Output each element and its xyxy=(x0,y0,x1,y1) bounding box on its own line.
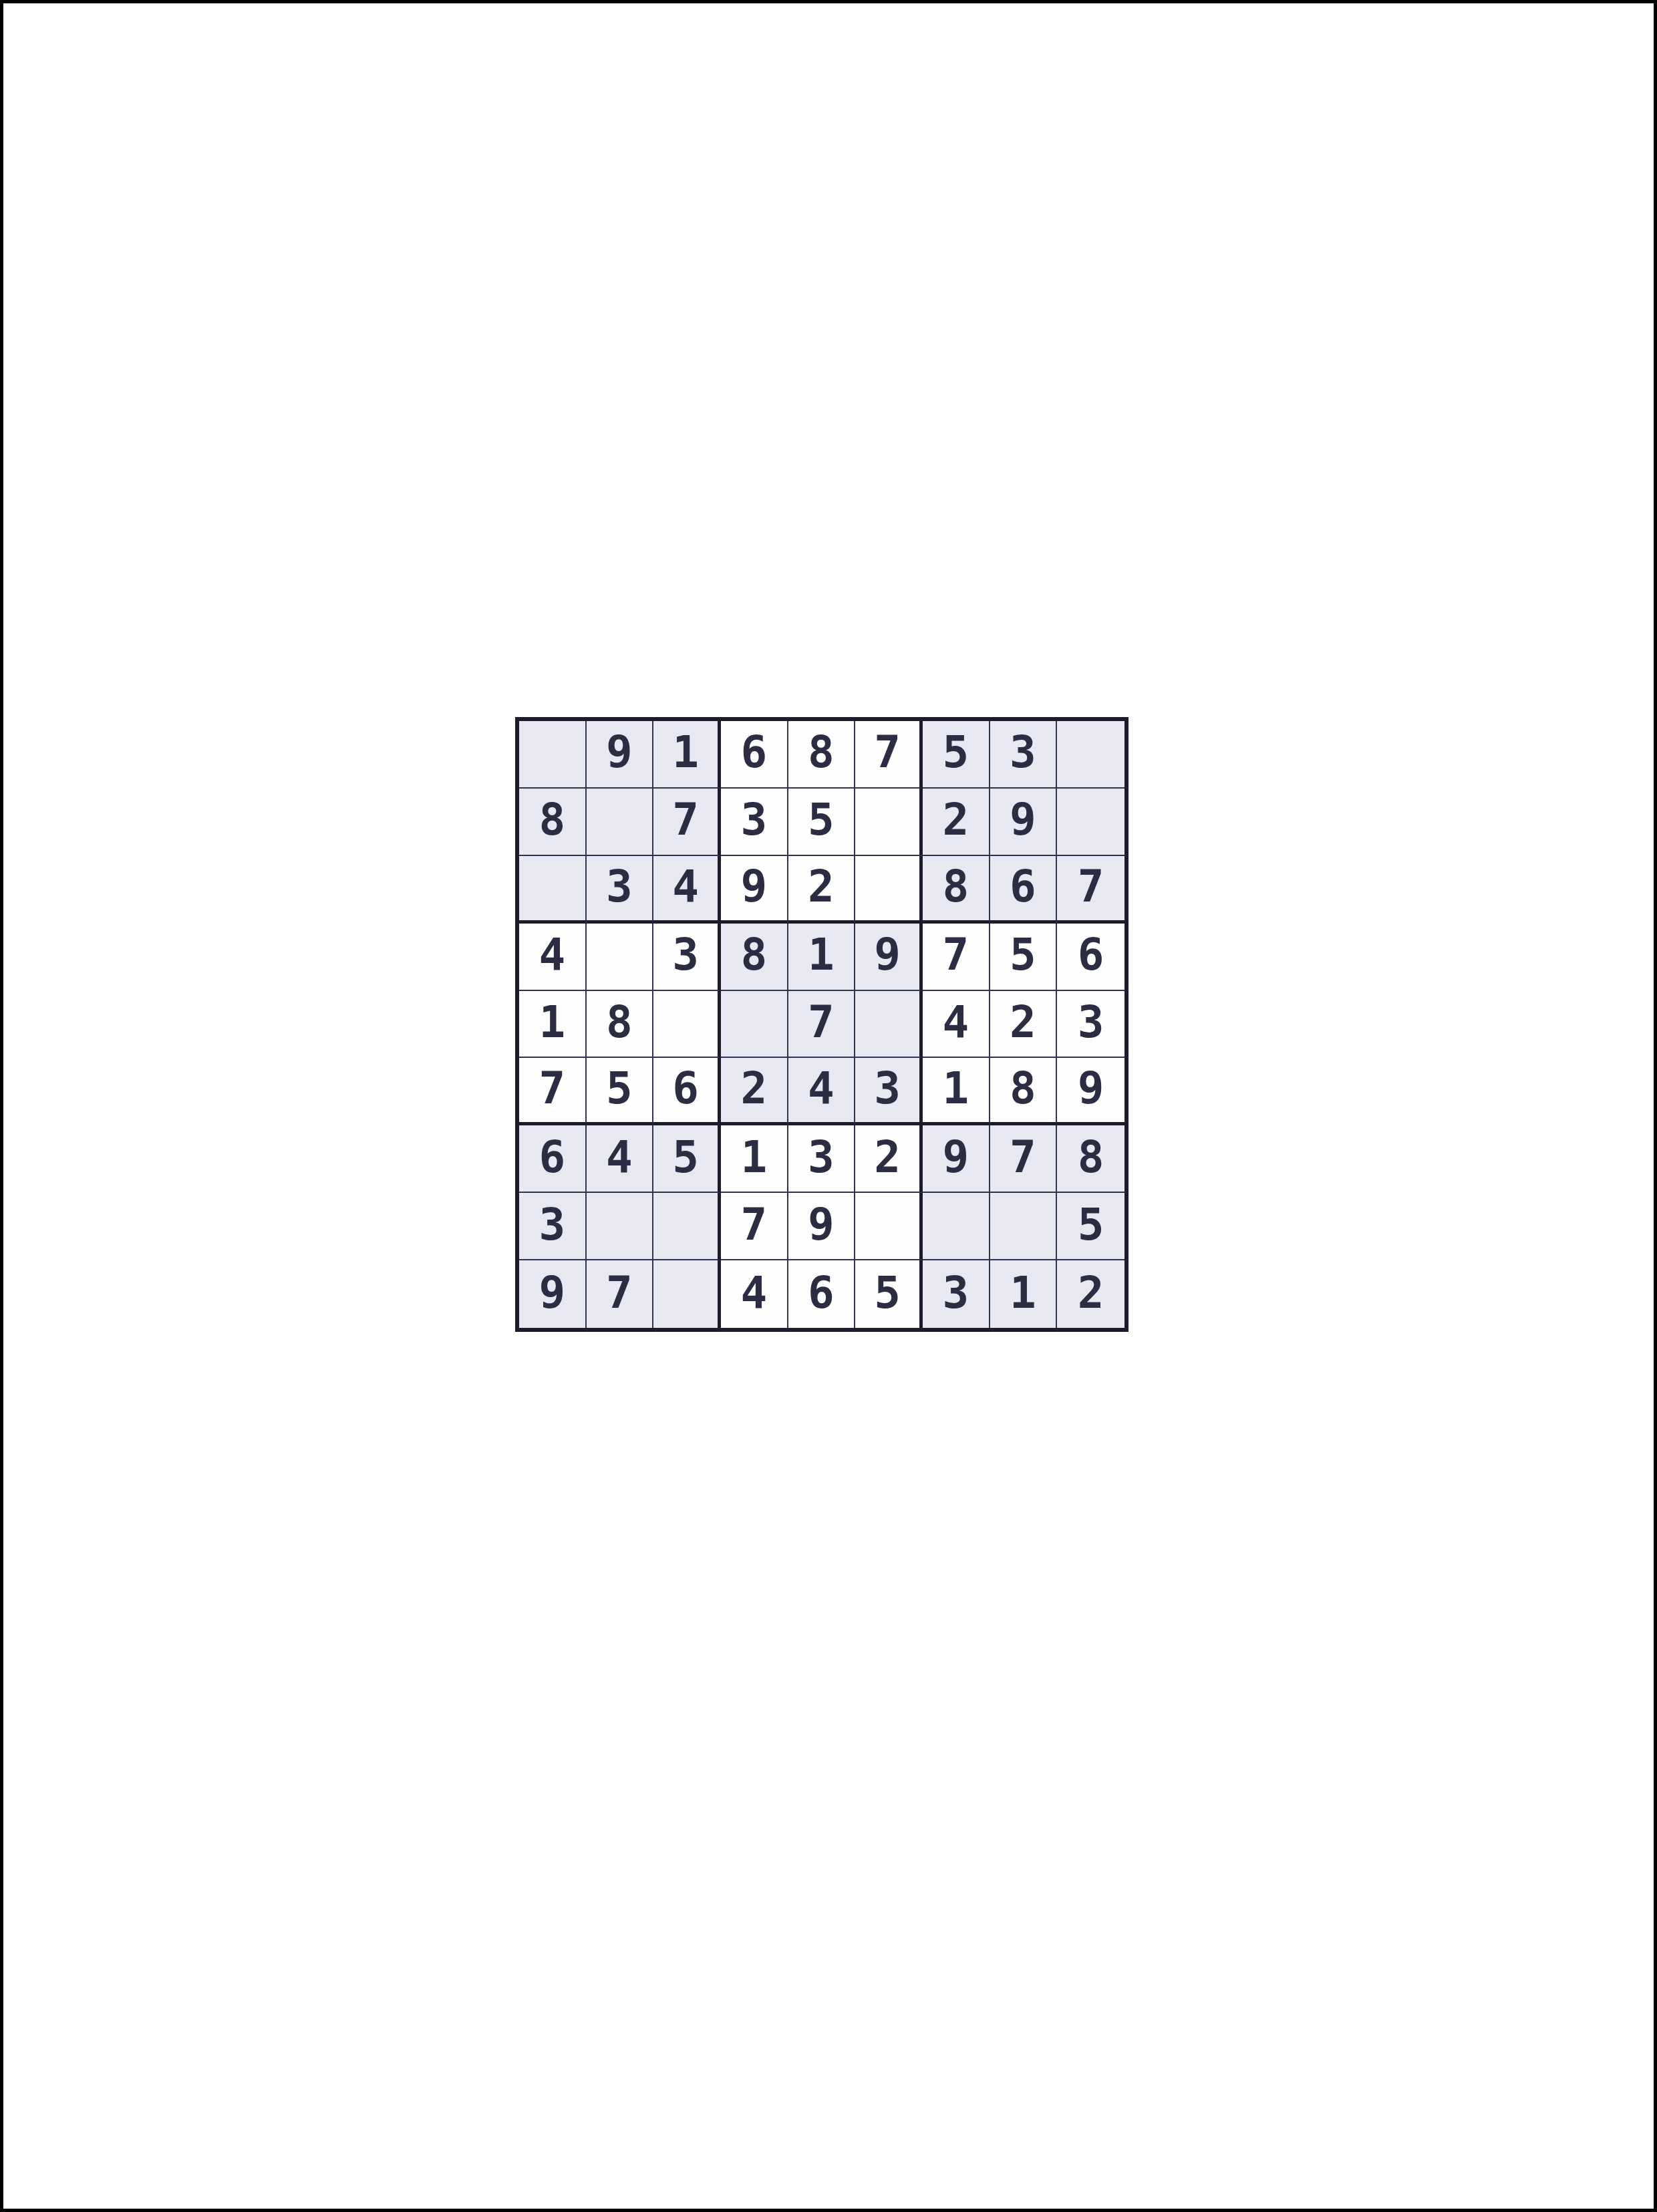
sudoku-cell-r6c5: 4 xyxy=(788,1058,856,1125)
given-digit: 3 xyxy=(874,1067,901,1111)
given-digit: 3 xyxy=(672,933,699,977)
given-digit: 3 xyxy=(539,1203,565,1247)
sudoku-cell-r6c1: 7 xyxy=(519,1058,587,1125)
sudoku-cell-r2c1: 8 xyxy=(519,789,587,856)
given-digit: 5 xyxy=(606,1067,633,1111)
sudoku-cell-r7c4: 1 xyxy=(721,1125,788,1193)
given-digit: 4 xyxy=(942,1000,969,1045)
sudoku-cell-r1c5: 8 xyxy=(788,721,856,789)
given-digit: 9 xyxy=(539,1271,565,1315)
given-digit: 9 xyxy=(1010,798,1036,842)
sudoku-cell-r3c4: 9 xyxy=(721,856,788,924)
given-digit: 3 xyxy=(942,1271,969,1315)
given-digit: 8 xyxy=(1010,1067,1036,1111)
sudoku-cell-r8c6 xyxy=(855,1193,923,1260)
sudoku-cell-r5c4 xyxy=(721,991,788,1059)
given-digit: 9 xyxy=(740,865,767,909)
sudoku-cell-r9c2: 7 xyxy=(587,1260,654,1328)
sudoku-cell-r5c3 xyxy=(653,991,721,1059)
given-digit: 8 xyxy=(606,1000,633,1045)
sudoku-cell-r2c9 xyxy=(1057,789,1124,856)
sudoku-cell-r4c3: 3 xyxy=(653,924,721,991)
given-digit: 9 xyxy=(1078,1067,1104,1111)
given-digit: 5 xyxy=(1078,1203,1104,1247)
sudoku-cell-r3c5: 2 xyxy=(788,856,856,924)
sudoku-cell-r9c6: 5 xyxy=(855,1260,923,1328)
sudoku-cell-r6c4: 2 xyxy=(721,1058,788,1125)
sudoku-cell-r5c2: 8 xyxy=(587,991,654,1059)
sudoku-cell-r1c2: 9 xyxy=(587,721,654,789)
given-digit: 7 xyxy=(1010,1135,1036,1180)
given-digit: 2 xyxy=(874,1135,901,1180)
given-digit: 9 xyxy=(808,1203,835,1247)
given-digit: 6 xyxy=(539,1135,565,1180)
sudoku-cell-r8c2 xyxy=(587,1193,654,1260)
sudoku-cell-r7c8: 7 xyxy=(990,1125,1058,1193)
sudoku-cell-r8c9: 5 xyxy=(1057,1193,1124,1260)
sudoku-cell-r1c7: 5 xyxy=(923,721,990,789)
sudoku-cell-r1c6: 7 xyxy=(855,721,923,789)
given-digit: 5 xyxy=(808,798,835,842)
given-digit: 7 xyxy=(539,1067,565,1111)
sudoku-cell-r5c9: 3 xyxy=(1057,991,1124,1059)
sudoku-cell-r6c7: 1 xyxy=(923,1058,990,1125)
sudoku-cell-r3c2: 3 xyxy=(587,856,654,924)
given-digit: 5 xyxy=(1010,933,1036,977)
sudoku-cell-r3c1 xyxy=(519,856,587,924)
sudoku-cell-r1c8: 3 xyxy=(990,721,1058,789)
sudoku-cell-r9c1: 9 xyxy=(519,1260,587,1328)
sudoku-cell-r8c3 xyxy=(653,1193,721,1260)
sudoku-cell-r4c4: 8 xyxy=(721,924,788,991)
sudoku-cell-r8c5: 9 xyxy=(788,1193,856,1260)
sudoku-cell-r2c7: 2 xyxy=(923,789,990,856)
sudoku-cell-r4c1: 4 xyxy=(519,924,587,991)
sudoku-cell-r7c3: 5 xyxy=(653,1125,721,1193)
sudoku-cell-r6c3: 6 xyxy=(653,1058,721,1125)
sudoku-cell-r6c2: 5 xyxy=(587,1058,654,1125)
given-digit: 3 xyxy=(740,798,767,842)
sudoku-cell-r5c5: 7 xyxy=(788,991,856,1059)
given-digit: 4 xyxy=(606,1135,633,1180)
sudoku-cell-r3c6 xyxy=(855,856,923,924)
given-digit: 7 xyxy=(874,730,901,775)
given-digit: 1 xyxy=(740,1135,767,1180)
given-digit: 8 xyxy=(942,865,969,909)
sudoku-cell-r4c5: 1 xyxy=(788,924,856,991)
given-digit: 4 xyxy=(539,933,565,977)
sudoku-cell-r9c4: 4 xyxy=(721,1260,788,1328)
sudoku-cell-r8c8 xyxy=(990,1193,1058,1260)
given-digit: 1 xyxy=(1010,1271,1036,1315)
sudoku-cell-r2c2 xyxy=(587,789,654,856)
sudoku-cell-r4c8: 5 xyxy=(990,924,1058,991)
given-digit: 7 xyxy=(808,1000,835,1045)
sudoku-cell-r7c7: 9 xyxy=(923,1125,990,1193)
given-digit: 9 xyxy=(874,933,901,977)
given-digit: 1 xyxy=(672,730,699,775)
sudoku-cell-r4c7: 7 xyxy=(923,924,990,991)
sudoku-cell-r9c5: 6 xyxy=(788,1260,856,1328)
sudoku-cell-r3c8: 6 xyxy=(990,856,1058,924)
given-digit: 1 xyxy=(539,1000,565,1045)
given-digit: 2 xyxy=(1078,1271,1104,1315)
given-digit: 4 xyxy=(808,1067,835,1111)
sudoku-cell-r3c3: 4 xyxy=(653,856,721,924)
sudoku-cell-r1c1 xyxy=(519,721,587,789)
sudoku-cell-r7c5: 3 xyxy=(788,1125,856,1193)
sudoku-board: 9168753873529349286743819756187423756243… xyxy=(515,717,1128,1332)
sudoku-cell-r2c4: 3 xyxy=(721,789,788,856)
sudoku-cell-r5c8: 2 xyxy=(990,991,1058,1059)
sudoku-cell-r7c2: 4 xyxy=(587,1125,654,1193)
sudoku-cell-r6c6: 3 xyxy=(855,1058,923,1125)
sudoku-cell-r7c6: 2 xyxy=(855,1125,923,1193)
given-digit: 6 xyxy=(1010,865,1036,909)
sudoku-cell-r1c9 xyxy=(1057,721,1124,789)
given-digit: 6 xyxy=(808,1271,835,1315)
given-digit: 4 xyxy=(672,865,699,909)
given-digit: 3 xyxy=(808,1135,835,1180)
given-digit: 2 xyxy=(740,1067,767,1111)
sudoku-cell-r1c3: 1 xyxy=(653,721,721,789)
given-digit: 1 xyxy=(942,1067,969,1111)
sudoku-cell-r5c6 xyxy=(855,991,923,1059)
sudoku-cell-r3c9: 7 xyxy=(1057,856,1124,924)
given-digit: 8 xyxy=(1078,1135,1104,1180)
sudoku-cell-r4c9: 6 xyxy=(1057,924,1124,991)
given-digit: 7 xyxy=(606,1271,633,1315)
given-digit: 9 xyxy=(606,730,633,775)
sudoku-cell-r5c7: 4 xyxy=(923,991,990,1059)
given-digit: 3 xyxy=(1078,1000,1104,1045)
sudoku-cell-r9c7: 3 xyxy=(923,1260,990,1328)
given-digit: 5 xyxy=(874,1271,901,1315)
sudoku-cell-r5c1: 1 xyxy=(519,991,587,1059)
given-digit: 3 xyxy=(606,865,633,909)
given-digit: 7 xyxy=(740,1203,767,1247)
sudoku-cell-r1c4: 6 xyxy=(721,721,788,789)
given-digit: 2 xyxy=(1010,1000,1036,1045)
given-digit: 6 xyxy=(1078,933,1104,977)
given-digit: 6 xyxy=(672,1067,699,1111)
given-digit: 2 xyxy=(808,865,835,909)
sudoku-cell-r2c3: 7 xyxy=(653,789,721,856)
given-digit: 7 xyxy=(942,933,969,977)
given-digit: 5 xyxy=(942,730,969,775)
given-digit: 4 xyxy=(740,1271,767,1315)
sudoku-cell-r8c7 xyxy=(923,1193,990,1260)
given-digit: 9 xyxy=(942,1135,969,1180)
sudoku-cell-r4c6: 9 xyxy=(855,924,923,991)
sudoku-cell-r3c7: 8 xyxy=(923,856,990,924)
sudoku-cell-r6c8: 8 xyxy=(990,1058,1058,1125)
sudoku-cell-r8c4: 7 xyxy=(721,1193,788,1260)
sudoku-cell-r2c8: 9 xyxy=(990,789,1058,856)
sudoku-cell-r2c6 xyxy=(855,789,923,856)
given-digit: 6 xyxy=(740,730,767,775)
sudoku-cell-r8c1: 3 xyxy=(519,1193,587,1260)
scanned-sudoku-page: 9168753873529349286743819756187423756243… xyxy=(0,0,1657,2212)
given-digit: 1 xyxy=(808,933,835,977)
sudoku-cell-r9c3 xyxy=(653,1260,721,1328)
given-digit: 8 xyxy=(740,933,767,977)
sudoku-cell-r4c2 xyxy=(587,924,654,991)
given-digit: 5 xyxy=(672,1135,699,1180)
given-digit: 8 xyxy=(539,798,565,842)
given-digit: 2 xyxy=(942,798,969,842)
given-digit: 7 xyxy=(672,798,699,842)
given-digit: 7 xyxy=(1078,865,1104,909)
sudoku-cell-r9c9: 2 xyxy=(1057,1260,1124,1328)
given-digit: 8 xyxy=(808,730,835,775)
sudoku-cell-r6c9: 9 xyxy=(1057,1058,1124,1125)
sudoku-cell-r7c1: 6 xyxy=(519,1125,587,1193)
given-digit: 3 xyxy=(1010,730,1036,775)
sudoku-cell-r7c9: 8 xyxy=(1057,1125,1124,1193)
sudoku-cell-r2c5: 5 xyxy=(788,789,856,856)
sudoku-cell-r9c8: 1 xyxy=(990,1260,1058,1328)
